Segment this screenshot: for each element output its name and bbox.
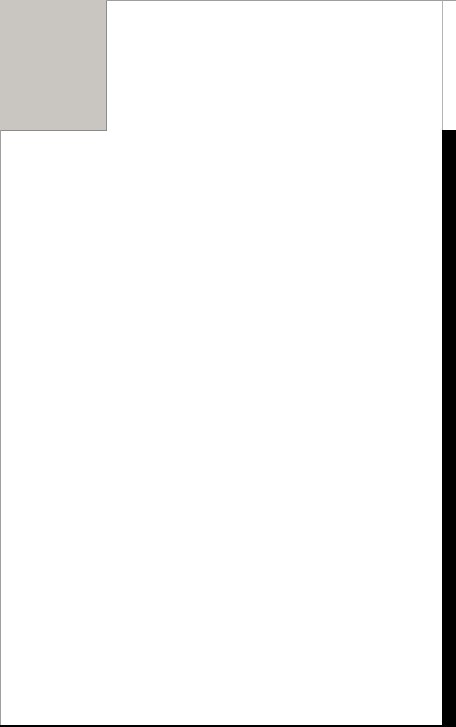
column-clues bbox=[106, 0, 442, 131]
empty-clue-column bbox=[442, 0, 456, 131]
nonogram-puzzle bbox=[0, 0, 456, 727]
row-clues bbox=[0, 130, 107, 727]
puzzle-grid bbox=[106, 130, 442, 727]
watermark-corner bbox=[0, 0, 107, 131]
brand-sidebar bbox=[442, 130, 456, 727]
